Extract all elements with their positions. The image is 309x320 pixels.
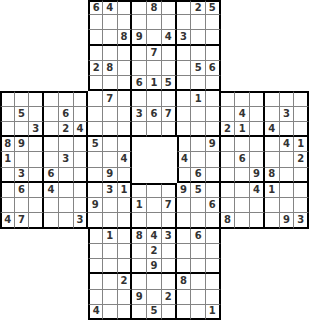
void-area — [29, 30, 44, 45]
cell-r6c12[interactable]: 5 — [162, 76, 177, 91]
cell-r1c9[interactable] — [118, 0, 133, 15]
cell-r13c6[interactable] — [74, 183, 89, 198]
cell-r8c7[interactable] — [88, 107, 103, 122]
cell-r13c3[interactable] — [29, 183, 44, 198]
cell-r10c6[interactable] — [74, 137, 89, 152]
cell-r11c5[interactable]: 3 — [59, 152, 74, 167]
cell-r10c7[interactable]: 5 — [88, 137, 103, 152]
cell-r5c7[interactable]: 2 — [88, 61, 103, 76]
cell-r15c19[interactable] — [265, 213, 280, 228]
cell-r9c7[interactable] — [88, 122, 103, 137]
cell-r19c12[interactable] — [162, 274, 177, 289]
cell-r9c17[interactable]: 1 — [235, 122, 250, 137]
cell-r19c11[interactable] — [147, 274, 162, 289]
cell-r7c14[interactable]: 1 — [191, 91, 206, 106]
cell-r13c17[interactable] — [235, 183, 250, 198]
cell-r15c14[interactable] — [191, 213, 206, 228]
cell-r15c20[interactable]: 9 — [280, 213, 295, 228]
cell-r8c4[interactable] — [44, 107, 59, 122]
cell-r8c6[interactable] — [74, 107, 89, 122]
void-area — [29, 15, 44, 30]
cell-r18c13[interactable] — [177, 259, 192, 274]
cell-r8c21[interactable] — [294, 107, 309, 122]
cell-r9c16[interactable]: 2 — [221, 122, 236, 137]
void-area — [59, 0, 74, 15]
cell-r8c10[interactable]: 3 — [132, 107, 147, 122]
cell-r5c12[interactable] — [162, 61, 177, 76]
cell-r8c8[interactable] — [103, 107, 118, 122]
cell-r3c12[interactable]: 4 — [162, 30, 177, 45]
cell-r17c14[interactable] — [191, 244, 206, 259]
cell-r2c7[interactable] — [88, 15, 103, 30]
cell-r9c13[interactable] — [177, 122, 192, 137]
cell-r1c14[interactable]: 2 — [191, 0, 206, 15]
cell-r8c19[interactable] — [265, 107, 280, 122]
cell-r12c17[interactable] — [235, 168, 250, 183]
cell-r16c7[interactable] — [88, 229, 103, 244]
cell-r13c8[interactable]: 3 — [103, 183, 118, 198]
cell-r4c8[interactable] — [103, 46, 118, 61]
cell-r7c15[interactable] — [206, 91, 221, 106]
cell-r15c4[interactable] — [44, 213, 59, 228]
cell-r3c7[interactable] — [88, 30, 103, 45]
cell-r20c9[interactable] — [118, 290, 133, 305]
given-digit: 4 — [165, 32, 172, 42]
cell-r10c21[interactable]: 1 — [294, 137, 309, 152]
cell-r4c10[interactable] — [132, 46, 147, 61]
cell-r8c14[interactable] — [191, 107, 206, 122]
cell-r14c3[interactable] — [29, 198, 44, 213]
cell-r14c21[interactable] — [294, 198, 309, 213]
cell-r7c11[interactable] — [147, 91, 162, 106]
cell-r9c10[interactable] — [132, 122, 147, 137]
cell-r12c14[interactable]: 6 — [191, 168, 206, 183]
cell-r11c21[interactable]: 2 — [294, 152, 309, 167]
cell-r14c6[interactable] — [74, 198, 89, 213]
cell-r21c11[interactable]: 5 — [147, 305, 162, 320]
cell-r9c12[interactable] — [162, 122, 177, 137]
cell-r3c15[interactable] — [206, 30, 221, 45]
cell-r8c17[interactable]: 4 — [235, 107, 250, 122]
cell-r2c14[interactable] — [191, 15, 206, 30]
cell-r9c3[interactable]: 3 — [29, 122, 44, 137]
cell-r4c12[interactable] — [162, 46, 177, 61]
cell-r20c8[interactable] — [103, 290, 118, 305]
cell-r8c18[interactable] — [250, 107, 265, 122]
cell-r7c21[interactable] — [294, 91, 309, 106]
cell-r19c8[interactable] — [103, 274, 118, 289]
cell-r8c13[interactable] — [177, 107, 192, 122]
cell-r3c8[interactable] — [103, 30, 118, 45]
cell-r7c5[interactable] — [59, 91, 74, 106]
cell-r9c1[interactable] — [0, 122, 15, 137]
cell-r5c14[interactable]: 5 — [191, 61, 206, 76]
cell-r18c15[interactable] — [206, 259, 221, 274]
cell-r11c18[interactable] — [250, 152, 265, 167]
cell-r10c4[interactable] — [44, 137, 59, 152]
cell-r6c11[interactable]: 1 — [147, 76, 162, 91]
cell-r10c18[interactable] — [250, 137, 265, 152]
cell-r7c13[interactable] — [177, 91, 192, 106]
cell-r4c14[interactable] — [191, 46, 206, 61]
cell-r14c9[interactable] — [118, 198, 133, 213]
given-digit: 5 — [165, 78, 172, 88]
cell-r19c13[interactable]: 8 — [177, 274, 192, 289]
cell-r18c8[interactable] — [103, 259, 118, 274]
cell-r11c20[interactable] — [280, 152, 295, 167]
cell-r8c2[interactable]: 5 — [15, 107, 30, 122]
cell-r10c15[interactable]: 9 — [206, 137, 221, 152]
given-digit: 6 — [195, 169, 202, 179]
cell-r12c7[interactable] — [88, 168, 103, 183]
cell-r3c11[interactable] — [147, 30, 162, 45]
cell-r7c3[interactable] — [29, 91, 44, 106]
cell-r15c11[interactable] — [147, 213, 162, 228]
cell-r13c14[interactable]: 5 — [191, 183, 206, 198]
cell-r11c15[interactable] — [206, 152, 221, 167]
cell-r19c7[interactable] — [88, 274, 103, 289]
cell-r5c13[interactable] — [177, 61, 192, 76]
cell-r7c8[interactable]: 7 — [103, 91, 118, 106]
cell-r11c2[interactable] — [15, 152, 30, 167]
cell-r12c4[interactable]: 6 — [44, 168, 59, 183]
cell-r12c16[interactable] — [221, 168, 236, 183]
void-area — [280, 274, 295, 289]
cell-r9c21[interactable] — [294, 122, 309, 137]
cell-r1c12[interactable] — [162, 0, 177, 15]
cell-r9c19[interactable]: 4 — [265, 122, 280, 137]
cell-r3c9[interactable]: 8 — [118, 30, 133, 45]
cell-r7c17[interactable] — [235, 91, 250, 106]
cell-r13c16[interactable] — [221, 183, 236, 198]
cell-r12c8[interactable]: 9 — [103, 168, 118, 183]
cell-r9c8[interactable] — [103, 122, 118, 137]
cell-r6c8[interactable] — [103, 76, 118, 91]
cell-r10c16[interactable] — [221, 137, 236, 152]
cell-r21c14[interactable] — [191, 305, 206, 320]
cell-r7c20[interactable] — [280, 91, 295, 106]
cell-r21c7[interactable]: 4 — [88, 305, 103, 320]
cell-r11c9[interactable]: 4 — [118, 152, 133, 167]
cell-r6c9[interactable] — [118, 76, 133, 91]
cell-r5c11[interactable] — [147, 61, 162, 76]
cell-r17c7[interactable] — [88, 244, 103, 259]
cell-r20c12[interactable]: 2 — [162, 290, 177, 305]
cell-r14c2[interactable] — [15, 198, 30, 213]
cell-r11c1[interactable]: 1 — [0, 152, 15, 167]
cell-r1c8[interactable]: 4 — [103, 0, 118, 15]
cell-r12c9[interactable] — [118, 168, 133, 183]
cell-r15c5[interactable] — [59, 213, 74, 228]
cell-r12c20[interactable] — [280, 168, 295, 183]
cell-r12c2[interactable]: 3 — [15, 168, 30, 183]
cell-r10c20[interactable]: 4 — [280, 137, 295, 152]
cell-r14c15[interactable]: 6 — [206, 198, 221, 213]
cell-r10c1[interactable]: 8 — [0, 137, 15, 152]
cell-r2c8[interactable] — [103, 15, 118, 30]
cell-r4c9[interactable] — [118, 46, 133, 61]
cell-r14c16[interactable] — [221, 198, 236, 213]
cell-r16c11[interactable]: 4 — [147, 229, 162, 244]
cell-r18c7[interactable] — [88, 259, 103, 274]
cell-r10c19[interactable] — [265, 137, 280, 152]
cell-r9c18[interactable] — [250, 122, 265, 137]
cell-r8c16[interactable] — [221, 107, 236, 122]
cell-r10c5[interactable] — [59, 137, 74, 152]
cell-r17c12[interactable] — [162, 244, 177, 259]
cell-r10c8[interactable] — [103, 137, 118, 152]
cell-r16c15[interactable] — [206, 229, 221, 244]
cell-r10c2[interactable]: 9 — [15, 137, 30, 152]
cell-r17c11[interactable]: 2 — [147, 244, 162, 259]
cell-r9c9[interactable] — [118, 122, 133, 137]
cell-r13c5[interactable] — [59, 183, 74, 198]
cell-r16c8[interactable]: 1 — [103, 229, 118, 244]
cell-r18c14[interactable] — [191, 259, 206, 274]
cell-r3c14[interactable] — [191, 30, 206, 45]
cell-r14c13[interactable] — [177, 198, 192, 213]
cell-r12c19[interactable]: 8 — [265, 168, 280, 183]
cell-r12c15[interactable] — [206, 168, 221, 183]
cell-r2c12[interactable] — [162, 15, 177, 30]
cell-r10c14[interactable] — [191, 137, 206, 152]
cell-r15c7[interactable] — [88, 213, 103, 228]
cell-r4c7[interactable] — [88, 46, 103, 61]
cell-r9c11[interactable] — [147, 122, 162, 137]
cell-r5c9[interactable] — [118, 61, 133, 76]
cell-r19c10[interactable] — [132, 274, 147, 289]
cell-r8c12[interactable]: 7 — [162, 107, 177, 122]
cell-r10c3[interactable] — [29, 137, 44, 152]
cell-r13c12[interactable] — [162, 183, 177, 198]
cell-r12c18[interactable]: 9 — [250, 168, 265, 183]
cell-r12c1[interactable] — [0, 168, 15, 183]
cell-r13c21[interactable] — [294, 183, 309, 198]
cell-r14c11[interactable] — [147, 198, 162, 213]
cell-r12c3[interactable] — [29, 168, 44, 183]
cell-r2c10[interactable] — [132, 15, 147, 30]
cell-r16c10[interactable]: 8 — [132, 229, 147, 244]
cell-r7c7[interactable] — [88, 91, 103, 106]
cell-r2c11[interactable] — [147, 15, 162, 30]
cell-r6c14[interactable] — [191, 76, 206, 91]
cell-r8c15[interactable] — [206, 107, 221, 122]
cell-r20c14[interactable] — [191, 290, 206, 305]
void-area — [250, 76, 265, 91]
cell-r16c9[interactable] — [118, 229, 133, 244]
cell-r17c15[interactable] — [206, 244, 221, 259]
cell-r1c15[interactable]: 5 — [206, 0, 221, 15]
cell-r21c8[interactable] — [103, 305, 118, 320]
cell-r5c15[interactable]: 6 — [206, 61, 221, 76]
cell-r15c12[interactable] — [162, 213, 177, 228]
cell-r14c12[interactable]: 7 — [162, 198, 177, 213]
cell-r12c5[interactable] — [59, 168, 74, 183]
cell-r14c4[interactable] — [44, 198, 59, 213]
cell-r14c7[interactable]: 9 — [88, 198, 103, 213]
cell-r9c20[interactable] — [280, 122, 295, 137]
cell-r17c8[interactable] — [103, 244, 118, 259]
cell-r16c13[interactable] — [177, 229, 192, 244]
cell-r15c10[interactable] — [132, 213, 147, 228]
cell-r19c9[interactable]: 2 — [118, 274, 133, 289]
cell-r14c10[interactable]: 1 — [132, 198, 147, 213]
cell-r9c5[interactable]: 2 — [59, 122, 74, 137]
cell-r14c5[interactable] — [59, 198, 74, 213]
cell-r7c4[interactable] — [44, 91, 59, 106]
cell-r9c15[interactable] — [206, 122, 221, 137]
cell-r5c8[interactable]: 8 — [103, 61, 118, 76]
cell-r6c13[interactable] — [177, 76, 192, 91]
cell-r11c17[interactable]: 6 — [235, 152, 250, 167]
cell-r16c14[interactable]: 6 — [191, 229, 206, 244]
cell-r7c18[interactable] — [250, 91, 265, 106]
cell-r7c16[interactable] — [221, 91, 236, 106]
cell-r21c10[interactable] — [132, 305, 147, 320]
cell-r14c18[interactable] — [250, 198, 265, 213]
cell-r21c15[interactable]: 1 — [206, 305, 221, 320]
cell-r20c13[interactable] — [177, 290, 192, 305]
cell-r8c5[interactable]: 6 — [59, 107, 74, 122]
cell-r5c10[interactable] — [132, 61, 147, 76]
given-digit: 3 — [76, 215, 83, 225]
cell-r8c1[interactable] — [0, 107, 15, 122]
cell-r7c9[interactable] — [118, 91, 133, 106]
cell-r21c9[interactable] — [118, 305, 133, 320]
cell-r9c14[interactable] — [191, 122, 206, 137]
cell-r16c12[interactable]: 3 — [162, 229, 177, 244]
cell-r11c3[interactable] — [29, 152, 44, 167]
cell-r3c13[interactable]: 3 — [177, 30, 192, 45]
cell-r15c6[interactable]: 3 — [74, 213, 89, 228]
cell-r13c19[interactable]: 1 — [265, 183, 280, 198]
cell-r11c13[interactable]: 4 — [177, 152, 192, 167]
cell-r10c17[interactable] — [235, 137, 250, 152]
cell-r12c6[interactable] — [74, 168, 89, 183]
cell-r19c15[interactable] — [206, 274, 221, 289]
cell-r13c10[interactable] — [132, 183, 147, 198]
cell-r14c8[interactable] — [103, 198, 118, 213]
cell-r15c17[interactable] — [235, 213, 250, 228]
cell-r13c20[interactable] — [280, 183, 295, 198]
cell-r15c18[interactable] — [250, 213, 265, 228]
cell-r14c19[interactable] — [265, 198, 280, 213]
cell-r11c19[interactable] — [265, 152, 280, 167]
cell-r6c10[interactable]: 6 — [132, 76, 147, 91]
cell-r4c11[interactable]: 7 — [147, 46, 162, 61]
cell-r2c15[interactable] — [206, 15, 221, 30]
cell-r14c17[interactable] — [235, 198, 250, 213]
cell-r7c1[interactable] — [0, 91, 15, 106]
cell-r1c7[interactable]: 6 — [88, 0, 103, 15]
cell-r15c3[interactable] — [29, 213, 44, 228]
cell-r13c7[interactable] — [88, 183, 103, 198]
cell-r17c10[interactable] — [132, 244, 147, 259]
cell-r4c15[interactable] — [206, 46, 221, 61]
cell-r18c11[interactable]: 9 — [147, 259, 162, 274]
cell-r20c7[interactable] — [88, 290, 103, 305]
cell-r13c18[interactable]: 4 — [250, 183, 265, 198]
cell-r7c12[interactable] — [162, 91, 177, 106]
cell-r20c10[interactable]: 9 — [132, 290, 147, 305]
cell-r13c4[interactable]: 4 — [44, 183, 59, 198]
cell-r8c11[interactable]: 6 — [147, 107, 162, 122]
cell-r13c11[interactable] — [147, 183, 162, 198]
cell-r7c2[interactable] — [15, 91, 30, 106]
cell-r13c2[interactable]: 6 — [15, 183, 30, 198]
cell-r15c21[interactable]: 3 — [294, 213, 309, 228]
cell-r1c10[interactable] — [132, 0, 147, 15]
cell-r20c15[interactable] — [206, 290, 221, 305]
cell-r13c1[interactable] — [0, 183, 15, 198]
cell-r20c11[interactable] — [147, 290, 162, 305]
cell-r7c6[interactable] — [74, 91, 89, 106]
cell-r3c10[interactable]: 9 — [132, 30, 147, 45]
cell-r15c2[interactable]: 7 — [15, 213, 30, 228]
cell-r8c3[interactable] — [29, 107, 44, 122]
cell-r6c7[interactable] — [88, 76, 103, 91]
cell-r1c11[interactable]: 8 — [147, 0, 162, 15]
cell-r11c4[interactable] — [44, 152, 59, 167]
cell-r18c9[interactable] — [118, 259, 133, 274]
cell-r10c13[interactable] — [177, 137, 192, 152]
cell-r4c13[interactable] — [177, 46, 192, 61]
cell-r11c6[interactable] — [74, 152, 89, 167]
cell-r7c19[interactable] — [265, 91, 280, 106]
cell-r18c12[interactable] — [162, 259, 177, 274]
cell-r11c7[interactable] — [88, 152, 103, 167]
cell-r2c9[interactable] — [118, 15, 133, 30]
cell-r13c13[interactable]: 9 — [177, 183, 192, 198]
cell-r8c9[interactable] — [118, 107, 133, 122]
cell-r6c15[interactable] — [206, 76, 221, 91]
cell-r2c13[interactable] — [177, 15, 192, 30]
cell-r17c9[interactable] — [118, 244, 133, 259]
void-area — [294, 0, 309, 15]
cell-r9c6[interactable]: 4 — [74, 122, 89, 137]
cell-r12c13[interactable] — [177, 168, 192, 183]
cell-r13c9[interactable]: 1 — [118, 183, 133, 198]
given-digit: 2 — [224, 124, 231, 134]
cell-r19c14[interactable] — [191, 274, 206, 289]
cell-r10c9[interactable] — [118, 137, 133, 152]
cell-r9c2[interactable] — [15, 122, 30, 137]
void-area — [294, 259, 309, 274]
cell-r14c20[interactable] — [280, 198, 295, 213]
cell-r1c13[interactable] — [177, 0, 192, 15]
cell-r11c8[interactable] — [103, 152, 118, 167]
cell-r7c10[interactable] — [132, 91, 147, 106]
cell-r15c1[interactable]: 4 — [0, 213, 15, 228]
cell-r11c14[interactable] — [191, 152, 206, 167]
cell-r15c8[interactable] — [103, 213, 118, 228]
cell-r21c13[interactable] — [177, 305, 192, 320]
cell-r9c4[interactable] — [44, 122, 59, 137]
cell-r15c13[interactable] — [177, 213, 192, 228]
cell-r14c1[interactable] — [0, 198, 15, 213]
cell-r15c9[interactable] — [118, 213, 133, 228]
cell-r8c20[interactable]: 3 — [280, 107, 295, 122]
cell-r12c21[interactable] — [294, 168, 309, 183]
cell-r18c10[interactable] — [132, 259, 147, 274]
cell-r13c15[interactable] — [206, 183, 221, 198]
cell-r14c14[interactable] — [191, 198, 206, 213]
cell-r15c15[interactable] — [206, 213, 221, 228]
cell-r11c16[interactable] — [221, 152, 236, 167]
cell-r21c12[interactable] — [162, 305, 177, 320]
cell-r17c13[interactable] — [177, 244, 192, 259]
cell-r15c16[interactable]: 8 — [221, 213, 236, 228]
